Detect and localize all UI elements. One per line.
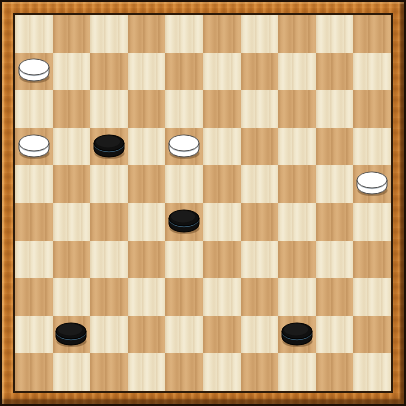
board-square-light xyxy=(203,203,241,241)
board-square-light xyxy=(241,316,279,354)
board-square-dark[interactable] xyxy=(90,278,128,316)
board-square-light xyxy=(53,278,91,316)
board-square-light xyxy=(53,53,91,91)
board-square-dark[interactable] xyxy=(53,165,91,203)
board-square-dark[interactable] xyxy=(15,278,53,316)
board-inner-border xyxy=(13,13,393,393)
board-square-light xyxy=(353,353,391,391)
board-square-dark[interactable] xyxy=(316,128,354,166)
board-square-dark[interactable] xyxy=(53,241,91,279)
board-square-dark[interactable] xyxy=(316,53,354,91)
board-square-dark[interactable] xyxy=(203,90,241,128)
board-square-dark[interactable] xyxy=(15,353,53,391)
checkers-app-window xyxy=(0,0,406,406)
board-square-light xyxy=(128,278,166,316)
board-square-dark[interactable] xyxy=(353,241,391,279)
board-square-dark[interactable] xyxy=(15,203,53,241)
board-square-dark[interactable] xyxy=(165,203,203,241)
board-square-light xyxy=(128,53,166,91)
board-square-light xyxy=(353,203,391,241)
white-man-piece[interactable] xyxy=(17,133,51,160)
board-square-light xyxy=(316,15,354,53)
board-square-dark[interactable] xyxy=(203,165,241,203)
board-square-light xyxy=(90,316,128,354)
board-square-dark[interactable] xyxy=(165,278,203,316)
black-man-piece[interactable] xyxy=(92,133,126,160)
board-square-light xyxy=(203,353,241,391)
board-square-dark[interactable] xyxy=(353,15,391,53)
board-square-light xyxy=(90,165,128,203)
board-square-light xyxy=(278,53,316,91)
board-square-light xyxy=(316,316,354,354)
board-square-light xyxy=(128,128,166,166)
board-square-light xyxy=(278,128,316,166)
board-square-light xyxy=(203,278,241,316)
board-square-light xyxy=(165,241,203,279)
checkers-board xyxy=(15,15,391,391)
board-square-light xyxy=(353,278,391,316)
board-square-light xyxy=(15,165,53,203)
board-square-light xyxy=(278,278,316,316)
board-square-dark[interactable] xyxy=(128,90,166,128)
board-square-dark[interactable] xyxy=(15,53,53,91)
board-square-dark[interactable] xyxy=(316,278,354,316)
board-square-light xyxy=(15,15,53,53)
board-square-dark[interactable] xyxy=(278,90,316,128)
board-square-light xyxy=(90,90,128,128)
board-square-dark[interactable] xyxy=(53,15,91,53)
board-square-dark[interactable] xyxy=(128,316,166,354)
board-square-dark[interactable] xyxy=(278,165,316,203)
board-square-dark[interactable] xyxy=(128,241,166,279)
board-square-dark[interactable] xyxy=(165,353,203,391)
board-square-dark[interactable] xyxy=(278,316,316,354)
board-square-dark[interactable] xyxy=(316,203,354,241)
board-square-light xyxy=(53,353,91,391)
board-square-light xyxy=(15,241,53,279)
board-square-light xyxy=(128,203,166,241)
board-square-light xyxy=(353,53,391,91)
board-square-light xyxy=(15,90,53,128)
board-square-dark[interactable] xyxy=(316,353,354,391)
board-square-dark[interactable] xyxy=(353,90,391,128)
board-square-light xyxy=(165,15,203,53)
board-square-light xyxy=(241,241,279,279)
board-square-dark[interactable] xyxy=(90,128,128,166)
board-square-dark[interactable] xyxy=(203,241,241,279)
board-square-dark[interactable] xyxy=(353,165,391,203)
black-man-piece[interactable] xyxy=(280,321,314,348)
white-man-piece[interactable] xyxy=(355,170,389,197)
board-square-dark[interactable] xyxy=(165,53,203,91)
board-square-light xyxy=(165,90,203,128)
board-square-light xyxy=(128,353,166,391)
board-square-light xyxy=(316,241,354,279)
board-square-light xyxy=(316,90,354,128)
board-square-dark[interactable] xyxy=(53,90,91,128)
board-square-dark[interactable] xyxy=(165,128,203,166)
board-square-light xyxy=(241,15,279,53)
board-square-light xyxy=(241,165,279,203)
board-square-dark[interactable] xyxy=(241,128,279,166)
board-square-dark[interactable] xyxy=(353,316,391,354)
board-square-light xyxy=(241,90,279,128)
white-man-piece[interactable] xyxy=(167,133,201,160)
board-square-light xyxy=(165,165,203,203)
board-square-dark[interactable] xyxy=(203,15,241,53)
board-square-light xyxy=(353,128,391,166)
board-square-light xyxy=(278,353,316,391)
board-square-light xyxy=(90,15,128,53)
board-square-dark[interactable] xyxy=(90,53,128,91)
white-man-piece[interactable] xyxy=(17,57,51,84)
board-square-light xyxy=(278,203,316,241)
board-square-dark[interactable] xyxy=(278,15,316,53)
board-square-dark[interactable] xyxy=(241,278,279,316)
board-square-dark[interactable] xyxy=(15,128,53,166)
board-square-dark[interactable] xyxy=(203,316,241,354)
black-man-piece[interactable] xyxy=(54,321,88,348)
board-square-dark[interactable] xyxy=(241,353,279,391)
board-square-dark[interactable] xyxy=(128,165,166,203)
board-square-dark[interactable] xyxy=(53,316,91,354)
board-square-light xyxy=(316,165,354,203)
board-square-light xyxy=(15,316,53,354)
board-square-dark[interactable] xyxy=(241,203,279,241)
board-square-light xyxy=(90,241,128,279)
board-square-light xyxy=(53,203,91,241)
board-square-light xyxy=(53,128,91,166)
board-square-dark[interactable] xyxy=(128,15,166,53)
board-square-light xyxy=(203,53,241,91)
black-man-piece[interactable] xyxy=(167,208,201,235)
board-square-dark[interactable] xyxy=(241,53,279,91)
board-square-light xyxy=(165,316,203,354)
board-square-dark[interactable] xyxy=(278,241,316,279)
board-square-light xyxy=(203,128,241,166)
board-square-dark[interactable] xyxy=(90,203,128,241)
board-square-dark[interactable] xyxy=(90,353,128,391)
